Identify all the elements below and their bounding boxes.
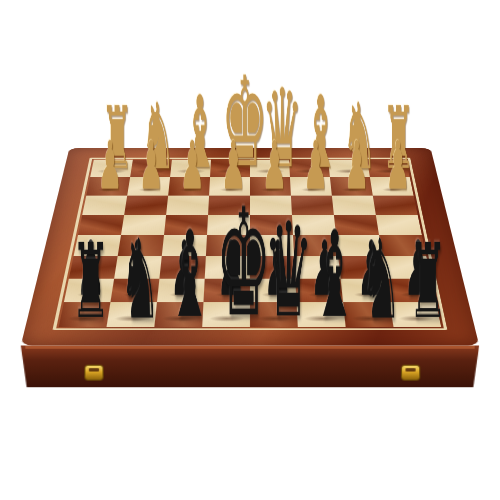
bishop-glyph: ♝ bbox=[312, 216, 332, 335]
gold-clasp-right bbox=[401, 365, 420, 381]
piece-black-rook-h8: ♜ bbox=[59, 302, 111, 327]
chess-board-box: ♜♞♝♚♛♝♞♜♟♟♟♟♟♟♟♟♟♟♟♟♟♟♟♟♜♞♝♚♛♝♞♜ bbox=[21, 148, 479, 345]
gold-clasp-left bbox=[84, 365, 103, 381]
pawn-glyph: ♟ bbox=[97, 132, 114, 199]
pawn-glyph: ♟ bbox=[385, 132, 402, 199]
box-front-edge bbox=[21, 345, 479, 387]
rook-glyph: ♜ bbox=[71, 231, 91, 334]
knight-glyph: ♞ bbox=[119, 224, 139, 334]
product-photo-chess-set: ♜♞♝♚♛♝♞♜♟♟♟♟♟♟♟♟♟♟♟♟♟♟♟♟♜♞♝♚♛♝♞♜ bbox=[0, 0, 500, 500]
rook-glyph: ♜ bbox=[409, 231, 429, 334]
knight-glyph: ♞ bbox=[360, 224, 380, 334]
bishop-glyph: ♝ bbox=[168, 216, 188, 335]
pawn-glyph: ♟ bbox=[303, 132, 320, 199]
king-glyph: ♚ bbox=[216, 188, 236, 336]
piece-black-knight-g8: ♞ bbox=[106, 302, 156, 327]
box-front-face bbox=[21, 345, 479, 387]
pawn-glyph: ♟ bbox=[139, 132, 156, 199]
piece-white-pawn-g2: ♟ bbox=[127, 177, 170, 195]
pawn-glyph: ♟ bbox=[180, 132, 197, 199]
piece-black-bishop-f8: ♝ bbox=[154, 302, 203, 327]
pieces-layer: ♜♞♝♚♛♝♞♜♟♟♟♟♟♟♟♟♟♟♟♟♟♟♟♟♜♞♝♚♛♝♞♜ bbox=[59, 160, 442, 327]
pawn-glyph: ♟ bbox=[344, 132, 361, 199]
